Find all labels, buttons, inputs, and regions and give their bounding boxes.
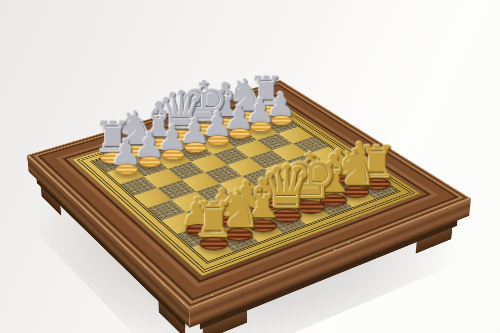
- turned-wood-base: [199, 237, 228, 250]
- piece-figure: ♜: [164, 197, 264, 250]
- studio-backdrop: ♜♞♝♛♚♝♞♜♟♟♟♟♟♟♟♟♟♟♟♟♟♟♟♟♜♞♝♛♚♝♞♜: [0, 0, 500, 333]
- product-photo: ♜♞♝♛♚♝♞♜♟♟♟♟♟♟♟♟♟♟♟♟♟♟♟♟♜♞♝♛♚♝♞♜: [0, 0, 500, 333]
- chess-board: ♜♞♝♛♚♝♞♜♟♟♟♟♟♟♟♟♟♟♟♟♟♟♟♟♜♞♝♛♚♝♞♜: [27, 80, 471, 309]
